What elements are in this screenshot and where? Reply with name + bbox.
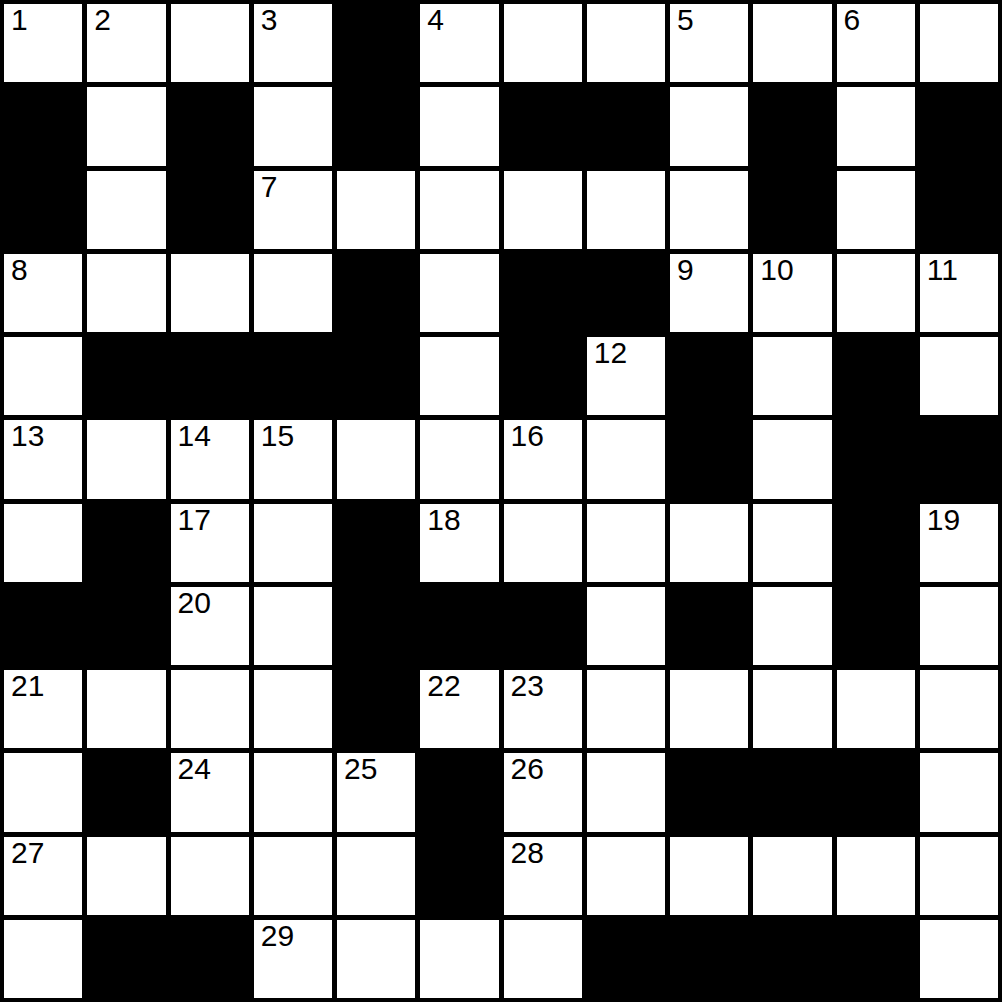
white-cell[interactable] (337, 420, 415, 498)
clue-number: 28 (511, 838, 544, 868)
white-cell[interactable] (837, 171, 915, 249)
white-cell[interactable] (753, 337, 831, 415)
clue-number: 10 (760, 255, 793, 285)
clue-number: 3 (261, 5, 278, 35)
white-cell[interactable] (420, 254, 498, 332)
white-cell[interactable] (254, 753, 332, 831)
white-cell[interactable]: 1 (4, 4, 82, 82)
black-cell (670, 587, 748, 665)
white-cell[interactable] (587, 504, 665, 582)
black-cell (254, 337, 332, 415)
white-cell[interactable] (587, 171, 665, 249)
white-cell[interactable]: 2 (87, 4, 165, 82)
white-cell[interactable] (337, 837, 415, 915)
white-cell[interactable] (171, 254, 249, 332)
clue-number: 1 (11, 5, 28, 35)
black-cell (420, 587, 498, 665)
white-cell[interactable] (670, 504, 748, 582)
white-cell[interactable]: 7 (254, 171, 332, 249)
white-cell[interactable]: 6 (837, 4, 915, 82)
white-cell[interactable] (337, 920, 415, 998)
clue-number: 7 (261, 172, 278, 202)
black-cell (587, 87, 665, 165)
clue-number: 20 (178, 588, 211, 618)
white-cell[interactable] (504, 920, 582, 998)
white-cell[interactable]: 12 (587, 337, 665, 415)
white-cell[interactable] (87, 87, 165, 165)
white-cell[interactable] (753, 504, 831, 582)
white-cell[interactable] (337, 171, 415, 249)
black-cell (587, 920, 665, 998)
white-cell[interactable]: 20 (171, 587, 249, 665)
white-cell[interactable]: 23 (504, 670, 582, 748)
white-cell[interactable]: 18 (420, 504, 498, 582)
clue-number: 25 (344, 754, 377, 784)
white-cell[interactable] (837, 87, 915, 165)
black-cell (87, 337, 165, 415)
black-cell (837, 420, 915, 498)
black-cell (420, 753, 498, 831)
white-cell[interactable] (420, 87, 498, 165)
black-cell (837, 753, 915, 831)
clue-number: 24 (178, 754, 211, 784)
clue-number: 23 (511, 671, 544, 701)
clue-number: 12 (594, 338, 627, 368)
white-cell[interactable] (254, 837, 332, 915)
black-cell (837, 504, 915, 582)
white-cell[interactable]: 9 (670, 254, 748, 332)
black-cell (504, 254, 582, 332)
white-cell[interactable] (920, 587, 998, 665)
white-cell[interactable] (753, 670, 831, 748)
white-cell[interactable]: 14 (171, 420, 249, 498)
clue-number: 14 (178, 421, 211, 451)
white-cell[interactable] (4, 337, 82, 415)
white-cell[interactable] (254, 670, 332, 748)
white-cell[interactable] (753, 587, 831, 665)
white-cell[interactable]: 21 (4, 670, 82, 748)
white-cell[interactable] (753, 4, 831, 82)
white-cell[interactable] (4, 753, 82, 831)
white-cell[interactable] (420, 171, 498, 249)
white-cell[interactable] (504, 171, 582, 249)
white-cell[interactable] (420, 920, 498, 998)
black-cell (87, 920, 165, 998)
black-cell (587, 254, 665, 332)
black-cell (171, 171, 249, 249)
white-cell[interactable] (670, 171, 748, 249)
white-cell[interactable]: 29 (254, 920, 332, 998)
white-cell[interactable] (171, 4, 249, 82)
clue-number: 19 (927, 505, 960, 535)
black-cell (920, 171, 998, 249)
black-cell (670, 753, 748, 831)
white-cell[interactable] (87, 171, 165, 249)
white-cell[interactable]: 27 (4, 837, 82, 915)
black-cell (753, 171, 831, 249)
white-cell[interactable] (920, 337, 998, 415)
white-cell[interactable] (920, 670, 998, 748)
clue-number: 2 (94, 5, 111, 35)
clue-number: 17 (178, 505, 211, 535)
black-cell (504, 587, 582, 665)
clue-number: 4 (427, 5, 444, 35)
white-cell[interactable]: 4 (420, 4, 498, 82)
white-cell[interactable] (837, 670, 915, 748)
clue-number: 29 (261, 921, 294, 951)
clue-number: 5 (677, 5, 694, 35)
white-cell[interactable] (587, 4, 665, 82)
black-cell (753, 87, 831, 165)
clue-number: 27 (11, 838, 44, 868)
white-cell[interactable] (420, 337, 498, 415)
white-cell[interactable] (587, 837, 665, 915)
white-cell[interactable] (171, 837, 249, 915)
black-cell (670, 337, 748, 415)
black-cell (337, 254, 415, 332)
white-cell[interactable] (753, 837, 831, 915)
black-cell (337, 337, 415, 415)
black-cell (504, 87, 582, 165)
white-cell[interactable] (920, 753, 998, 831)
white-cell[interactable] (87, 254, 165, 332)
white-cell[interactable]: 15 (254, 420, 332, 498)
black-cell (171, 87, 249, 165)
white-cell[interactable] (920, 4, 998, 82)
clue-number: 11 (927, 255, 958, 285)
white-cell[interactable]: 17 (171, 504, 249, 582)
white-cell[interactable] (87, 420, 165, 498)
black-cell (920, 420, 998, 498)
crossword-grid: 1234567891011121314151617181920212223242… (0, 0, 1002, 1002)
white-cell[interactable] (420, 420, 498, 498)
white-cell[interactable]: 22 (420, 670, 498, 748)
white-cell[interactable] (4, 504, 82, 582)
white-cell[interactable] (587, 420, 665, 498)
white-cell[interactable] (587, 753, 665, 831)
white-cell[interactable]: 25 (337, 753, 415, 831)
clue-number: 13 (11, 421, 44, 451)
black-cell (670, 920, 748, 998)
black-cell (87, 504, 165, 582)
clue-number: 26 (511, 754, 544, 784)
white-cell[interactable] (837, 837, 915, 915)
clue-number: 9 (677, 255, 694, 285)
white-cell[interactable] (920, 920, 998, 998)
white-cell[interactable]: 10 (753, 254, 831, 332)
black-cell (337, 504, 415, 582)
white-cell[interactable]: 11 (920, 254, 998, 332)
clue-number: 16 (511, 421, 544, 451)
black-cell (837, 337, 915, 415)
black-cell (504, 337, 582, 415)
black-cell (87, 587, 165, 665)
black-cell (837, 920, 915, 998)
black-cell (4, 171, 82, 249)
black-cell (670, 420, 748, 498)
black-cell (337, 670, 415, 748)
white-cell[interactable] (87, 837, 165, 915)
white-cell[interactable] (254, 504, 332, 582)
clue-number: 6 (844, 5, 861, 35)
black-cell (4, 587, 82, 665)
white-cell[interactable]: 8 (4, 254, 82, 332)
white-cell[interactable] (504, 504, 582, 582)
white-cell[interactable] (587, 587, 665, 665)
white-cell[interactable] (920, 837, 998, 915)
white-cell[interactable] (254, 87, 332, 165)
white-cell[interactable]: 28 (504, 837, 582, 915)
clue-number: 22 (427, 671, 460, 701)
black-cell (171, 920, 249, 998)
white-cell[interactable] (753, 420, 831, 498)
clue-number: 18 (427, 505, 460, 535)
white-cell[interactable] (670, 837, 748, 915)
black-cell (337, 587, 415, 665)
black-cell (753, 753, 831, 831)
black-cell (171, 337, 249, 415)
white-cell[interactable] (254, 254, 332, 332)
white-cell[interactable]: 5 (670, 4, 748, 82)
black-cell (837, 587, 915, 665)
clue-number: 8 (11, 255, 28, 285)
white-cell[interactable] (670, 87, 748, 165)
clue-number: 21 (11, 671, 44, 701)
white-cell[interactable]: 19 (920, 504, 998, 582)
white-cell[interactable] (4, 920, 82, 998)
black-cell (4, 87, 82, 165)
white-cell[interactable] (254, 587, 332, 665)
black-cell (753, 920, 831, 998)
black-cell (337, 87, 415, 165)
white-cell[interactable] (670, 670, 748, 748)
black-cell (337, 4, 415, 82)
white-cell[interactable] (504, 4, 582, 82)
white-cell[interactable] (837, 254, 915, 332)
white-cell[interactable] (171, 670, 249, 748)
clue-number: 15 (261, 421, 294, 451)
white-cell[interactable]: 13 (4, 420, 82, 498)
white-cell[interactable]: 26 (504, 753, 582, 831)
black-cell (920, 87, 998, 165)
white-cell[interactable] (587, 670, 665, 748)
white-cell[interactable] (87, 670, 165, 748)
white-cell[interactable]: 3 (254, 4, 332, 82)
black-cell (420, 837, 498, 915)
white-cell[interactable]: 16 (504, 420, 582, 498)
black-cell (87, 753, 165, 831)
white-cell[interactable]: 24 (171, 753, 249, 831)
